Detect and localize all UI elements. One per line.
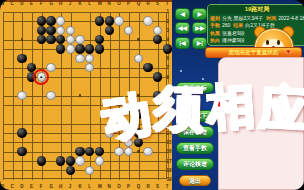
back-ten-button[interactable]: ◀◀ <box>175 22 190 34</box>
show-coordinates-button[interactable]: 显示坐标 <box>176 82 214 93</box>
coord-label: 13 <box>167 121 172 126</box>
coord-label: 9 <box>167 84 170 89</box>
black-stone-F17 <box>37 156 46 165</box>
coord-label: H <box>59 1 62 6</box>
coord-label: O <box>117 1 121 6</box>
board-grid-border <box>3 12 168 180</box>
white-stone-O12 <box>114 110 123 119</box>
coord-label: 1 <box>167 9 170 14</box>
coord-label: D <box>20 1 23 6</box>
coord-label: 3 <box>167 28 170 33</box>
coord-label: G <box>49 184 53 189</box>
black-stone-D14 <box>17 128 26 137</box>
black-stone-M2 <box>95 16 104 25</box>
game-title: 19路对局 <box>208 5 304 14</box>
black-stone-N2 <box>105 16 114 25</box>
white-stone-K6 <box>75 54 84 63</box>
black-stone-Q15 <box>134 138 143 147</box>
coord-label: G <box>49 1 53 6</box>
coord-label: J <box>69 184 72 189</box>
white-stone-R16 <box>143 147 152 156</box>
black-stone-D16 <box>17 147 26 156</box>
black-stone-F2 <box>37 16 46 25</box>
coord-label: N <box>108 184 111 189</box>
save-kifu-button[interactable]: 保存棋谱 <box>176 126 214 138</box>
coord-label: 6 <box>167 56 170 61</box>
white-stone-R2 <box>143 16 152 25</box>
white-stone-M17 <box>95 156 104 165</box>
coord-label: N <box>108 1 111 6</box>
black-player-value: 张嘉君9段 <box>222 30 245 36</box>
coord-label: C <box>11 1 14 6</box>
comment-kifu-button[interactable]: 评论棋谱 <box>176 158 214 170</box>
coord-label: 14 <box>167 131 172 136</box>
black-stone-Q14 <box>134 128 143 137</box>
coord-label: 18 <box>167 168 172 173</box>
chat-panel[interactable] <box>218 57 304 190</box>
coord-label: D <box>20 184 23 189</box>
black-stone-M5 <box>95 44 104 53</box>
coord-label: 11 <box>167 103 172 108</box>
rule-label: 规则 <box>210 15 220 21</box>
white-stone-G7 <box>46 63 55 72</box>
hoshi-point <box>137 150 140 153</box>
coord-label: B <box>1 184 4 189</box>
first-move-button[interactable]: |◀ <box>175 37 190 49</box>
black-stone-K16 <box>75 147 84 156</box>
white-stone-J5 <box>66 44 75 53</box>
black-stone-N3 <box>105 26 114 35</box>
white-stone-O2 <box>114 16 123 25</box>
hoshi-point <box>137 94 140 97</box>
coord-label: Q <box>137 1 141 6</box>
black-stone-T5 <box>163 44 172 53</box>
result-label: 结果 <box>233 22 243 28</box>
black-stone-G4 <box>46 35 55 44</box>
next-move-button[interactable]: ▶ <box>192 8 207 20</box>
coord-label: P <box>127 184 130 189</box>
black-stone-G2 <box>46 16 55 25</box>
black-stone-G3 <box>46 26 55 35</box>
coord-label: E <box>30 184 33 189</box>
replay-nav-buttons: ◀▶◀◀▶▶|◀▶| <box>175 8 207 49</box>
coord-label: L <box>88 1 91 6</box>
coord-label: P <box>127 1 130 6</box>
black-stone-R7 <box>143 63 152 72</box>
moves-value: 260 <box>222 22 230 28</box>
app-window: BCDEFGHJKLMNOPQRST BCDEFGHJKLMNOPQRST 12… <box>0 0 304 190</box>
coord-label: K <box>79 184 82 189</box>
coord-label: R <box>146 1 149 6</box>
coord-label: 10 <box>167 93 172 98</box>
black-player-label: 执黑 <box>210 30 220 36</box>
black-stone-F3 <box>37 26 46 35</box>
view-move-numbers-button[interactable]: 查看手数 <box>176 142 214 154</box>
time-label: 时间 <box>266 15 276 21</box>
coord-label: 2 <box>167 19 170 24</box>
coord-label: M <box>98 1 102 6</box>
white-stone-G10 <box>46 91 55 100</box>
coord-label: H <box>59 184 62 189</box>
coord-label: T <box>166 1 169 6</box>
white-stone-N14 <box>105 128 114 137</box>
trial-play-button[interactable]: 挂盘试下 <box>176 110 214 122</box>
forward-ten-button[interactable]: ▶▶ <box>192 22 207 34</box>
coord-label: 4 <box>167 37 170 42</box>
coord-label: R <box>146 184 149 189</box>
white-player-value: 傅仲豪9段 <box>222 37 245 43</box>
white-stone-J3 <box>66 26 75 35</box>
coord-label: S <box>156 184 159 189</box>
black-stone-H5 <box>56 44 65 53</box>
white-stone-D10 <box>17 91 26 100</box>
rule-value: 分先 黑贴3又3/4子 <box>222 15 263 21</box>
coord-label: B <box>1 1 4 6</box>
white-stone-Q6 <box>134 54 143 63</box>
black-stone-J18 <box>66 166 75 175</box>
coord-label: S <box>156 1 159 6</box>
coord-label: F <box>40 184 43 189</box>
white-player-label: 执白 <box>210 37 220 43</box>
coord-label: K <box>79 1 82 6</box>
coord-label: J <box>69 1 72 6</box>
coord-label: F <box>40 1 43 6</box>
coord-label: L <box>88 184 91 189</box>
prev-move-button[interactable]: ◀ <box>175 8 190 20</box>
moves-label: 手数 <box>210 22 220 28</box>
black-stone-Q12 <box>134 110 143 119</box>
exit-button[interactable]: 退出 <box>179 175 211 186</box>
black-stone-J17 <box>66 156 75 165</box>
coord-label: 7 <box>167 65 170 70</box>
coord-label: E <box>30 1 33 6</box>
coord-label: 8 <box>167 75 170 80</box>
white-stone-K17 <box>75 156 84 165</box>
stone-mark-icon: ▲ <box>39 74 43 79</box>
black-stone-P14 <box>124 128 133 137</box>
white-stone-O16 <box>114 147 123 156</box>
black-stone-K5 <box>75 44 84 53</box>
coord-label: Q <box>137 184 141 189</box>
coord-label: T <box>166 184 169 189</box>
time-value: 2022-4-8 18:41 <box>278 15 304 21</box>
black-stone-D6 <box>17 54 26 63</box>
hoshi-point <box>137 38 140 41</box>
coord-label: 17 <box>167 159 172 164</box>
coord-label: 15 <box>167 140 172 145</box>
coord-label: 12 <box>167 112 172 117</box>
black-stone-S8 <box>153 72 162 81</box>
coord-label: 19 <box>167 177 172 182</box>
black-stone-H17 <box>56 156 65 165</box>
coord-label: C <box>11 184 14 189</box>
go-board[interactable]: BCDEFGHJKLMNOPQRST BCDEFGHJKLMNOPQRST 12… <box>0 0 172 190</box>
coord-label: O <box>117 184 121 189</box>
coord-label: M <box>98 184 102 189</box>
coord-label: 16 <box>167 149 172 154</box>
